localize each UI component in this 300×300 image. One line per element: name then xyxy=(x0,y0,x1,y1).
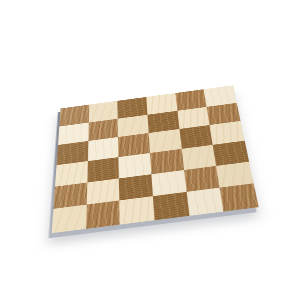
board-square xyxy=(153,192,189,220)
board-square xyxy=(220,184,259,212)
board-square xyxy=(52,205,87,233)
board-square xyxy=(186,188,223,216)
board-square xyxy=(120,196,155,224)
chess-board xyxy=(52,85,259,233)
product-photo-canvas xyxy=(0,0,300,300)
board-3d-plane xyxy=(52,85,259,233)
board-wrapper xyxy=(40,43,260,263)
board-square xyxy=(86,201,120,229)
